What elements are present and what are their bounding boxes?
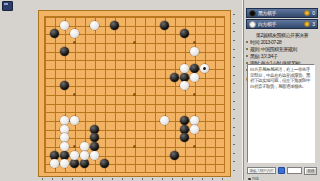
star-point (133, 145, 136, 148)
commentary-text: 白方开局布局灵活，右上一带先手定型后，中盘在右边形成厚势。黑棋下边实地可观，但左… (250, 67, 310, 89)
black-stone (60, 151, 69, 160)
black-stone (70, 159, 79, 168)
star-point (73, 145, 76, 148)
black-stone (90, 125, 99, 134)
black-stone (100, 159, 109, 168)
info-row-komi: 黑贴: 3又3/4子 (246, 53, 318, 60)
star-point (73, 93, 76, 96)
black-stone (60, 81, 69, 90)
white-stone (60, 142, 69, 151)
chat-bar: 请输入聊天内容 发送 (247, 166, 317, 175)
white-stone (190, 73, 199, 82)
captures-coin-icon (304, 21, 310, 27)
black-player-row[interactable]: 黑方棋手 0 (246, 8, 318, 18)
white-stone (190, 125, 199, 134)
white-stone (190, 116, 199, 125)
star-point (193, 41, 196, 44)
star-point (73, 41, 76, 44)
black-stone (90, 133, 99, 142)
white-stone (80, 142, 89, 151)
black-stone (180, 116, 189, 125)
white-captures-count: 3 (312, 21, 315, 27)
white-stone (70, 116, 79, 125)
board-bottom-ticks (42, 178, 224, 180)
black-stone (110, 21, 119, 30)
black-stone (170, 151, 179, 160)
white-stone (160, 116, 169, 125)
black-stone (170, 73, 179, 82)
send-button[interactable]: 发送 (304, 167, 317, 175)
white-stone (90, 21, 99, 30)
black-stone (80, 159, 89, 168)
status-text: 在线 (252, 176, 259, 180)
white-stone (70, 29, 79, 38)
emoji-icon[interactable] (278, 167, 285, 174)
black-stone (90, 142, 99, 151)
black-stone (190, 64, 199, 73)
white-stone-icon (249, 21, 256, 28)
black-player-name: 黑方棋手 (258, 10, 302, 16)
star-point (193, 93, 196, 96)
white-stone (60, 125, 69, 134)
captures-coin-icon (304, 10, 310, 16)
board-right-ticks (233, 14, 235, 172)
star-point (133, 41, 136, 44)
white-stone (60, 159, 69, 168)
white-stone (190, 47, 199, 56)
white-stone (50, 159, 59, 168)
go-board[interactable] (38, 10, 231, 177)
white-stone (60, 21, 69, 30)
chat-input[interactable] (287, 167, 303, 174)
star-point (193, 145, 196, 148)
black-stone (50, 151, 59, 160)
black-stone (50, 29, 59, 38)
chat-preset-field[interactable]: 请输入聊天内容 (247, 167, 276, 174)
app-icon[interactable] (2, 1, 13, 11)
white-stone (60, 116, 69, 125)
black-stone (180, 73, 189, 82)
white-stone (180, 64, 189, 73)
white-player-row[interactable]: 白方棋手 3 (246, 19, 318, 29)
white-stone (60, 133, 69, 142)
stones-grid (39, 12, 229, 177)
commentary-box[interactable]: 白方开局布局灵活，右上一带先手定型后，中盘在右边形成厚势。黑棋下边实地可观，但左… (247, 64, 315, 163)
status-dot-icon (248, 178, 251, 181)
black-stone (60, 47, 69, 56)
black-stone-icon (249, 10, 256, 17)
info-row-rules: 规则: 中国围棋竞赛规则 (246, 46, 318, 53)
info-row-time: 时间: 2013-07-28 (246, 39, 318, 46)
white-stone (70, 151, 79, 160)
black-stone (180, 133, 189, 142)
status-line: 在线 (248, 176, 259, 180)
white-stone-last-move (200, 64, 209, 73)
white-stone (80, 151, 89, 160)
white-stone (180, 81, 189, 90)
game-info-panel: 黑方棋手 0 白方棋手 3 第2届棋友围棋公开赛决赛 时间: 2013-07-2… (246, 0, 318, 180)
match-title: 第2届棋友围棋公开赛决赛 (246, 32, 318, 39)
panel-divider (242, 0, 244, 180)
black-stone (160, 21, 169, 30)
black-captures-count: 0 (312, 10, 315, 16)
star-point (133, 93, 136, 96)
white-stone (90, 151, 99, 160)
white-player-name: 白方棋手 (258, 21, 302, 27)
black-stone (180, 125, 189, 134)
black-stone (180, 29, 189, 38)
